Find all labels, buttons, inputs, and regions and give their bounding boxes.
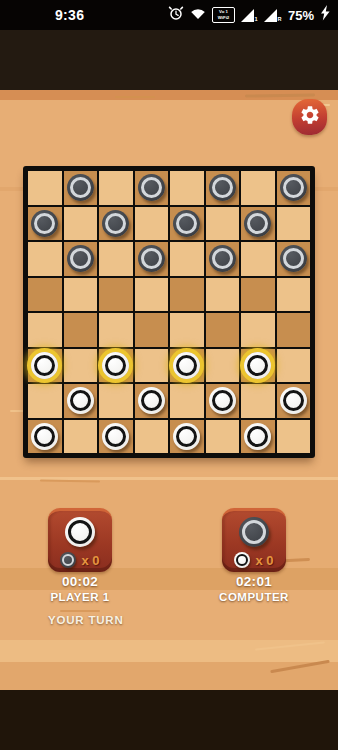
board-square[interactable] bbox=[241, 420, 275, 454]
wood-scratch bbox=[40, 479, 100, 482]
signal-triangle-1: 1 bbox=[241, 9, 258, 22]
settings-button[interactable] bbox=[292, 99, 327, 135]
board-square[interactable] bbox=[28, 242, 62, 276]
board-square[interactable] bbox=[170, 207, 204, 241]
volte-wifi-badge: Vo 1 WiFi2 bbox=[212, 7, 235, 23]
board-square[interactable] bbox=[64, 278, 98, 312]
board-square[interactable] bbox=[99, 207, 133, 241]
checker-piece-dark[interactable] bbox=[138, 245, 165, 272]
board-square[interactable] bbox=[277, 313, 311, 347]
board-square[interactable] bbox=[277, 242, 311, 276]
wood-scratch bbox=[255, 641, 325, 650]
wood-scratch bbox=[60, 610, 100, 612]
board-square[interactable] bbox=[135, 242, 169, 276]
board-square[interactable] bbox=[241, 171, 275, 205]
battery-charging-bolt-icon bbox=[320, 5, 331, 25]
top-dark-band bbox=[0, 30, 338, 90]
board-square[interactable] bbox=[170, 313, 204, 347]
checker-piece-white-highlighted[interactable] bbox=[244, 352, 271, 379]
board-square[interactable] bbox=[206, 171, 240, 205]
board-square[interactable] bbox=[277, 420, 311, 454]
board-square[interactable] bbox=[99, 313, 133, 347]
board-square[interactable] bbox=[99, 384, 133, 418]
checker-piece-white-highlighted[interactable] bbox=[102, 352, 129, 379]
board-square[interactable] bbox=[241, 207, 275, 241]
checker-piece-dark[interactable] bbox=[280, 245, 307, 272]
board-square[interactable] bbox=[277, 207, 311, 241]
board-square[interactable] bbox=[28, 349, 62, 383]
checker-piece-dark[interactable] bbox=[209, 174, 236, 201]
checker-piece-white[interactable] bbox=[173, 423, 200, 450]
board-square[interactable] bbox=[206, 349, 240, 383]
checker-piece-white[interactable] bbox=[280, 387, 307, 414]
board-square[interactable] bbox=[241, 278, 275, 312]
board-square[interactable] bbox=[206, 420, 240, 454]
board-square[interactable] bbox=[28, 313, 62, 347]
board-square[interactable] bbox=[135, 420, 169, 454]
captured-white-piece-icon bbox=[234, 552, 250, 568]
board-square[interactable] bbox=[135, 313, 169, 347]
board-square[interactable] bbox=[64, 207, 98, 241]
alarm-clock-icon bbox=[168, 5, 184, 25]
wood-scratch bbox=[115, 96, 155, 98]
status-bar: 9:36 Vo 1 WiFi2 1 R 75% bbox=[0, 0, 338, 30]
checker-piece-dark[interactable] bbox=[173, 210, 200, 237]
board-square[interactable] bbox=[64, 313, 98, 347]
checker-piece-white-highlighted[interactable] bbox=[31, 352, 58, 379]
board-square[interactable] bbox=[99, 420, 133, 454]
board-square[interactable] bbox=[170, 171, 204, 205]
board-square[interactable] bbox=[241, 313, 275, 347]
board-square[interactable] bbox=[170, 278, 204, 312]
checker-piece-white[interactable] bbox=[209, 387, 236, 414]
status-icons: Vo 1 WiFi2 1 R 75% bbox=[168, 5, 338, 25]
board-square[interactable] bbox=[206, 313, 240, 347]
board-square[interactable] bbox=[64, 171, 98, 205]
checker-piece-white[interactable] bbox=[102, 423, 129, 450]
player1-piece-white bbox=[65, 517, 95, 547]
board-square[interactable] bbox=[206, 278, 240, 312]
checker-piece-dark[interactable] bbox=[31, 210, 58, 237]
checker-piece-dark[interactable] bbox=[138, 174, 165, 201]
board-square[interactable] bbox=[206, 384, 240, 418]
board-square[interactable] bbox=[135, 384, 169, 418]
board-square[interactable] bbox=[277, 384, 311, 418]
board-square[interactable] bbox=[135, 278, 169, 312]
checker-piece-dark[interactable] bbox=[280, 174, 307, 201]
checker-piece-white[interactable] bbox=[244, 423, 271, 450]
checker-piece-dark[interactable] bbox=[67, 245, 94, 272]
gear-icon bbox=[299, 104, 321, 130]
signal-triangle-r: R bbox=[264, 9, 282, 22]
board-square[interactable] bbox=[241, 384, 275, 418]
board-square[interactable] bbox=[170, 242, 204, 276]
board-square[interactable] bbox=[99, 242, 133, 276]
clock-time: 9:36 bbox=[55, 7, 84, 23]
wood-scratch bbox=[270, 660, 330, 673]
board-square[interactable] bbox=[241, 349, 275, 383]
computer-captured-count: x 0 bbox=[255, 553, 273, 568]
checker-piece-white-highlighted[interactable] bbox=[173, 352, 200, 379]
board-square[interactable] bbox=[64, 242, 98, 276]
board-square[interactable] bbox=[135, 171, 169, 205]
wifi-icon bbox=[190, 6, 206, 24]
board-square[interactable] bbox=[99, 278, 133, 312]
checker-piece-dark[interactable] bbox=[209, 245, 236, 272]
board-square[interactable] bbox=[206, 242, 240, 276]
player1-timer: 00:02 bbox=[20, 574, 140, 589]
computer-name: COMPUTER bbox=[184, 591, 324, 603]
board-square[interactable] bbox=[277, 171, 311, 205]
board-square[interactable] bbox=[99, 171, 133, 205]
player1-name: PLAYER 1 bbox=[10, 591, 150, 603]
bottom-dark-bar bbox=[0, 690, 338, 750]
wood-scratch bbox=[245, 93, 315, 97]
computer-card: x 0 bbox=[222, 508, 286, 572]
turn-indicator: YOUR TURN bbox=[48, 614, 124, 626]
checker-piece-dark[interactable] bbox=[67, 174, 94, 201]
board-square[interactable] bbox=[64, 420, 98, 454]
board-square[interactable] bbox=[206, 207, 240, 241]
board-square[interactable] bbox=[28, 171, 62, 205]
board-square[interactable] bbox=[64, 384, 98, 418]
computer-timer: 02:01 bbox=[194, 574, 314, 589]
board-square[interactable] bbox=[277, 278, 311, 312]
checker-piece-white[interactable] bbox=[31, 423, 58, 450]
player1-card: x 0 bbox=[48, 508, 112, 572]
board-square[interactable] bbox=[170, 349, 204, 383]
computer-piece-dark bbox=[239, 517, 269, 547]
checker-piece-dark[interactable] bbox=[244, 210, 271, 237]
board-square[interactable] bbox=[241, 242, 275, 276]
board-square[interactable] bbox=[99, 349, 133, 383]
captured-dark-piece-icon bbox=[60, 552, 76, 568]
board-square[interactable] bbox=[277, 349, 311, 383]
board-square[interactable] bbox=[28, 207, 62, 241]
player1-captured-count: x 0 bbox=[81, 553, 99, 568]
board-square[interactable] bbox=[28, 384, 62, 418]
board-square[interactable] bbox=[28, 278, 62, 312]
board-square[interactable] bbox=[64, 349, 98, 383]
checker-piece-white[interactable] bbox=[138, 387, 165, 414]
battery-percent: 75% bbox=[288, 8, 314, 23]
board-square[interactable] bbox=[28, 420, 62, 454]
board[interactable] bbox=[23, 166, 315, 458]
checker-piece-dark[interactable] bbox=[102, 210, 129, 237]
board-square[interactable] bbox=[135, 349, 169, 383]
board-square[interactable] bbox=[135, 207, 169, 241]
board-square[interactable] bbox=[170, 384, 204, 418]
board-square[interactable] bbox=[170, 420, 204, 454]
checker-piece-white[interactable] bbox=[67, 387, 94, 414]
